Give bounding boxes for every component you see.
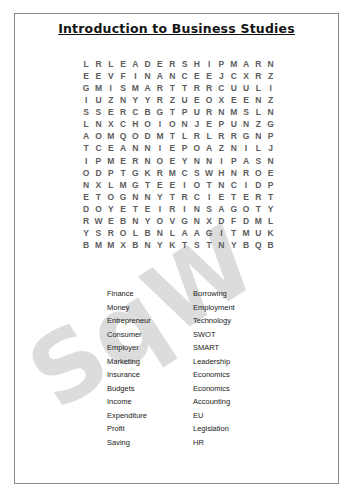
grid-cell: O	[141, 118, 153, 130]
grid-cell: M	[228, 58, 240, 70]
grid-cell: P	[178, 143, 190, 155]
grid-cell: N	[129, 191, 141, 203]
grid-cell: L	[129, 227, 141, 239]
grid-cell: R	[117, 106, 129, 118]
grid-cell: E	[80, 70, 92, 82]
word-list-item: Leadership	[193, 355, 235, 369]
grid-cell: E	[264, 167, 276, 179]
word-list-item: HR	[193, 436, 235, 450]
grid-cell: C	[117, 118, 129, 130]
grid-cell: E	[166, 179, 178, 191]
grid-cell: E	[191, 94, 203, 106]
grid-cell: Y	[141, 215, 153, 227]
grid-cell: I	[240, 179, 252, 191]
grid-cell: R	[154, 82, 166, 94]
grid-cell: E	[203, 118, 215, 130]
grid-cell: Z	[105, 94, 117, 106]
grid-cell: N	[154, 227, 166, 239]
grid-cell: N	[252, 131, 264, 143]
grid-cell: N	[264, 58, 276, 70]
grid-cell: Z	[166, 94, 178, 106]
grid-cell: N	[191, 203, 203, 215]
grid-cell: G	[178, 215, 190, 227]
grid-cell: R	[252, 58, 264, 70]
grid-cell: M	[92, 82, 104, 94]
grid-cell: W	[92, 215, 104, 227]
grid-cell: I	[203, 191, 215, 203]
word-list-item: Profit	[107, 422, 193, 436]
grid-cell: E	[92, 70, 104, 82]
grid-cell: C	[191, 191, 203, 203]
grid-cell: T	[166, 191, 178, 203]
grid-cell: O	[203, 94, 215, 106]
grid-cell: I	[215, 155, 227, 167]
grid-cell: G	[129, 167, 141, 179]
grid-cell: N	[215, 179, 227, 191]
grid-cell: T	[178, 239, 190, 251]
word-list-item: Money	[107, 301, 193, 315]
grid-cell: N	[228, 167, 240, 179]
grid-cell: Q	[117, 131, 129, 143]
grid-cell: C	[228, 70, 240, 82]
grid-cell: P	[215, 118, 227, 130]
grid-cell: O	[252, 167, 264, 179]
grid-cell: F	[228, 215, 240, 227]
grid-cell: I	[203, 58, 215, 70]
grid-cell: E	[191, 70, 203, 82]
grid-cell: L	[252, 143, 264, 155]
grid-cell: O	[154, 215, 166, 227]
grid-cell: X	[105, 118, 117, 130]
grid-cell: Y	[105, 203, 117, 215]
word-list-item: Marketing	[107, 355, 193, 369]
grid-cell: O	[166, 118, 178, 130]
grid-cell: J	[215, 70, 227, 82]
grid-cell: I	[264, 82, 276, 94]
grid-cell: D	[141, 58, 153, 70]
grid-cell: M	[228, 106, 240, 118]
grid-cell: T	[203, 239, 215, 251]
grid-cell: T	[166, 131, 178, 143]
grid-cell: B	[240, 239, 252, 251]
grid-cell: A	[129, 58, 141, 70]
grid-cell: I	[154, 143, 166, 155]
grid-cell: E	[105, 143, 117, 155]
word-list-item: Technology	[193, 314, 235, 328]
grid-cell: L	[178, 131, 190, 143]
grid-cell: S	[178, 58, 190, 70]
grid-cell: O	[129, 131, 141, 143]
grid-cell: R	[129, 155, 141, 167]
word-list-item: Legislation	[193, 422, 235, 436]
word-list-item: Saving	[107, 436, 193, 450]
grid-cell: T	[252, 203, 264, 215]
grid-cell: P	[92, 155, 104, 167]
grid-cell: R	[203, 106, 215, 118]
grid-cell: Q	[252, 239, 264, 251]
grid-cell: S	[191, 239, 203, 251]
grid-cell: T	[228, 227, 240, 239]
grid-cell: Y	[228, 239, 240, 251]
grid-cell: E	[105, 106, 117, 118]
grid-cell: D	[215, 215, 227, 227]
grid-cell: X	[215, 94, 227, 106]
grid-cell: R	[252, 191, 264, 203]
word-list-item: Economics	[193, 368, 235, 382]
grid-cell: U	[178, 94, 190, 106]
grid-cell: G	[203, 227, 215, 239]
grid-cell: Y	[129, 94, 141, 106]
grid-cell: T	[166, 82, 178, 94]
grid-cell: U	[240, 82, 252, 94]
grid-cell: S	[252, 155, 264, 167]
grid-cell: G	[264, 118, 276, 130]
grid-cell: B	[129, 239, 141, 251]
grid-cell: E	[105, 215, 117, 227]
grid-cell: T	[228, 191, 240, 203]
grid-cell: I	[154, 203, 166, 215]
word-list-item: Entrepreneur	[107, 314, 193, 328]
grid-cell: R	[166, 58, 178, 70]
grid-cell: Z	[215, 143, 227, 155]
grid-cell: Y	[178, 155, 190, 167]
grid-cell: M	[129, 82, 141, 94]
grid-cell: E	[215, 191, 227, 203]
grid-cell: O	[105, 191, 117, 203]
grid-cell: R	[191, 131, 203, 143]
grid-cell: O	[117, 227, 129, 239]
word-list-item: Insurance	[107, 368, 193, 382]
word-list-item: Accounting	[193, 395, 235, 409]
grid-cell: M	[117, 179, 129, 191]
grid-cell: O	[80, 167, 92, 179]
grid-cell: U	[228, 118, 240, 130]
grid-cell: A	[178, 227, 190, 239]
grid-cell: L	[264, 215, 276, 227]
wordsearch-grid: LRLEADERSHIPMARNEEVFINANCEEJCXRZGMISMART…	[80, 58, 277, 252]
grid-cell: G	[129, 179, 141, 191]
grid-cell: N	[80, 179, 92, 191]
grid-cell: E	[154, 179, 166, 191]
grid-cell: U	[252, 227, 264, 239]
grid-cell: M	[105, 239, 117, 251]
grid-cell: R	[105, 227, 117, 239]
grid-cell: A	[117, 143, 129, 155]
grid-cell: O	[240, 203, 252, 215]
grid-cell: S	[80, 106, 92, 118]
grid-cell: P	[264, 179, 276, 191]
grid-cell: C	[178, 70, 190, 82]
grid-cell: N	[264, 155, 276, 167]
grid-cell: A	[203, 143, 215, 155]
grid-cell: T	[178, 82, 190, 94]
grid-cell: O	[191, 179, 203, 191]
grid-cell: N	[191, 155, 203, 167]
word-list-item: Expenditure	[107, 409, 193, 423]
grid-cell: M	[92, 239, 104, 251]
grid-cell: S	[240, 106, 252, 118]
grid-cell: Y	[264, 203, 276, 215]
word-list-item: Consumer	[107, 328, 193, 342]
grid-cell: P	[105, 167, 117, 179]
grid-cell: R	[92, 58, 104, 70]
grid-cell: L	[252, 82, 264, 94]
grid-cell: N	[191, 215, 203, 227]
grid-cell: S	[92, 227, 104, 239]
grid-cell: G	[117, 191, 129, 203]
grid-cell: P	[178, 106, 190, 118]
grid-cell: L	[105, 179, 117, 191]
grid-cell: M	[154, 131, 166, 143]
grid-cell: T	[141, 179, 153, 191]
grid-cell: E	[166, 155, 178, 167]
grid-cell: O	[191, 143, 203, 155]
grid-cell: S	[92, 106, 104, 118]
grid-cell: O	[92, 131, 104, 143]
grid-cell: E	[228, 94, 240, 106]
grid-cell: O	[154, 155, 166, 167]
grid-cell: J	[191, 118, 203, 130]
grid-cell: M	[166, 167, 178, 179]
grid-cell: A	[141, 82, 153, 94]
grid-cell: N	[166, 70, 178, 82]
grid-cell: C	[228, 179, 240, 191]
grid-cell: E	[117, 58, 129, 70]
grid-cell: K	[264, 227, 276, 239]
grid-cell: G	[154, 106, 166, 118]
grid-cell: C	[92, 143, 104, 155]
grid-cell: E	[141, 203, 153, 215]
grid-cell: B	[141, 227, 153, 239]
grid-cell: L	[166, 227, 178, 239]
word-list-right: BorrowingEmploymentTechnologySWOTSMARTLe…	[193, 287, 235, 449]
grid-cell: I	[178, 179, 190, 191]
grid-cell: C	[178, 167, 190, 179]
grid-cell: D	[252, 179, 264, 191]
grid-cell: A	[191, 227, 203, 239]
grid-cell: T	[92, 191, 104, 203]
grid-cell: N	[129, 143, 141, 155]
grid-cell: I	[129, 70, 141, 82]
grid-cell: I	[80, 155, 92, 167]
grid-cell: E	[240, 94, 252, 106]
grid-cell: M	[105, 155, 117, 167]
grid-cell: U	[191, 106, 203, 118]
grid-cell: E	[154, 58, 166, 70]
word-list-item: Budgets	[107, 382, 193, 396]
grid-cell: R	[166, 203, 178, 215]
grid-cell: X	[240, 70, 252, 82]
grid-cell: N	[215, 106, 227, 118]
grid-cell: N	[141, 191, 153, 203]
word-list-item: Borrowing	[193, 287, 235, 301]
grid-cell: C	[215, 82, 227, 94]
grid-cell: R	[228, 131, 240, 143]
grid-cell: A	[215, 203, 227, 215]
grid-cell: W	[203, 167, 215, 179]
grid-cell: G	[240, 131, 252, 143]
grid-cell: T	[117, 167, 129, 179]
grid-cell: E	[80, 191, 92, 203]
grid-cell: B	[141, 106, 153, 118]
grid-cell: S	[117, 82, 129, 94]
grid-cell: N	[252, 94, 264, 106]
grid-cell: A	[154, 70, 166, 82]
grid-cell: R	[215, 131, 227, 143]
grid-cell: B	[264, 239, 276, 251]
grid-cell: N	[141, 239, 153, 251]
grid-cell: T	[129, 203, 141, 215]
grid-cell: N	[92, 118, 104, 130]
word-list-item: Income	[107, 395, 193, 409]
grid-cell: O	[92, 203, 104, 215]
grid-cell: N	[141, 143, 153, 155]
grid-cell: H	[191, 58, 203, 70]
grid-cell: I	[105, 82, 117, 94]
grid-cell: U	[92, 94, 104, 106]
grid-cell: N	[117, 94, 129, 106]
grid-cell: N	[129, 215, 141, 227]
grid-cell: J	[264, 143, 276, 155]
grid-cell: B	[80, 239, 92, 251]
grid-cell: L	[252, 106, 264, 118]
grid-cell: N	[240, 118, 252, 130]
grid-cell: I	[154, 118, 166, 130]
grid-cell: R	[240, 167, 252, 179]
grid-cell: T	[264, 191, 276, 203]
grid-cell: Y	[141, 94, 153, 106]
grid-cell: T	[80, 143, 92, 155]
grid-cell: H	[129, 118, 141, 130]
grid-cell: E	[166, 143, 178, 155]
grid-cell: M	[252, 215, 264, 227]
grid-cell: D	[240, 215, 252, 227]
grid-cell: N	[228, 143, 240, 155]
grid-cell: A	[240, 58, 252, 70]
grid-cell: R	[191, 82, 203, 94]
grid-cell: H	[215, 167, 227, 179]
grid-cell: U	[228, 82, 240, 94]
grid-cell: E	[240, 191, 252, 203]
grid-cell: N	[141, 70, 153, 82]
grid-cell: Y	[154, 191, 166, 203]
grid-cell: E	[203, 70, 215, 82]
grid-cell: D	[80, 203, 92, 215]
worksheet-title: Introduction to Business Studies	[15, 21, 338, 36]
grid-cell: C	[129, 106, 141, 118]
grid-cell: T	[166, 106, 178, 118]
grid-cell: V	[166, 215, 178, 227]
grid-cell: L	[80, 118, 92, 130]
grid-cell: S	[203, 203, 215, 215]
word-list-item: Finance	[107, 287, 193, 301]
grid-cell: I	[178, 203, 190, 215]
grid-cell: F	[117, 70, 129, 82]
grid-cell: R	[154, 167, 166, 179]
grid-cell: N	[203, 155, 215, 167]
grid-cell: P	[215, 58, 227, 70]
grid-cell: X	[117, 239, 129, 251]
grid-cell: N	[178, 118, 190, 130]
grid-cell: I	[240, 143, 252, 155]
word-list-item: EU	[193, 409, 235, 423]
grid-cell: X	[203, 215, 215, 227]
grid-cell: L	[203, 131, 215, 143]
grid-cell: Z	[264, 94, 276, 106]
grid-cell: R	[80, 215, 92, 227]
grid-cell: R	[203, 82, 215, 94]
word-list-item: Employment	[193, 301, 235, 315]
grid-cell: G	[80, 82, 92, 94]
grid-cell: N	[215, 239, 227, 251]
word-list-item: SMART	[193, 341, 235, 355]
grid-cell: G	[228, 203, 240, 215]
grid-cell: I	[215, 227, 227, 239]
grid-cell: Y	[80, 227, 92, 239]
word-list-item: SWOT	[193, 328, 235, 342]
grid-cell: S	[191, 167, 203, 179]
grid-cell: K	[166, 239, 178, 251]
grid-cell: D	[141, 131, 153, 143]
grid-cell: N	[264, 106, 276, 118]
word-list-left: FinanceMoneyEntrepreneurConsumerEmployer…	[107, 287, 193, 449]
grid-cell: L	[80, 58, 92, 70]
grid-cell: E	[117, 203, 129, 215]
grid-cell: A	[240, 155, 252, 167]
grid-cell: M	[105, 131, 117, 143]
grid-cell: E	[117, 155, 129, 167]
grid-cell: X	[92, 179, 104, 191]
grid-cell: R	[178, 191, 190, 203]
grid-cell: B	[117, 215, 129, 227]
grid-cell: V	[105, 70, 117, 82]
grid-cell: M	[240, 227, 252, 239]
grid-cell: A	[80, 131, 92, 143]
grid-cell: L	[105, 58, 117, 70]
grid-cell: Z	[252, 118, 264, 130]
grid-cell: R	[154, 94, 166, 106]
grid-cell: Y	[154, 239, 166, 251]
grid-cell: P	[228, 155, 240, 167]
grid-cell: N	[141, 155, 153, 167]
grid-cell: P	[264, 131, 276, 143]
grid-cell: R	[252, 70, 264, 82]
grid-cell: D	[92, 167, 104, 179]
word-list-item: Employer	[107, 341, 193, 355]
grid-cell: T	[203, 179, 215, 191]
word-list-item: Economics	[193, 382, 235, 396]
grid-cell: K	[141, 167, 153, 179]
word-list: FinanceMoneyEntrepreneurConsumerEmployer…	[107, 287, 235, 449]
grid-cell: I	[80, 94, 92, 106]
grid-cell: Z	[264, 70, 276, 82]
